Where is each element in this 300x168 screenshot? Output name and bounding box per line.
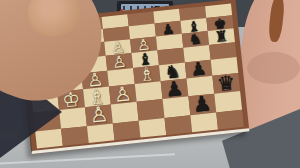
square-h3 — [87, 123, 115, 143]
square-h8 — [216, 110, 244, 130]
square-h5 — [139, 118, 167, 138]
photo-scene: ♙♙♟♝♚♖♙♙♞♜♙♝♘♕♙♗♞♟♔♗♙♟♛♙♟ — [0, 0, 300, 168]
square-h6 — [165, 115, 193, 135]
square-h2 — [61, 126, 89, 146]
square-h7 — [190, 113, 218, 133]
square-h1 — [35, 129, 63, 149]
square-h4 — [113, 121, 141, 141]
right-player-elbow-shadow — [247, 52, 300, 84]
